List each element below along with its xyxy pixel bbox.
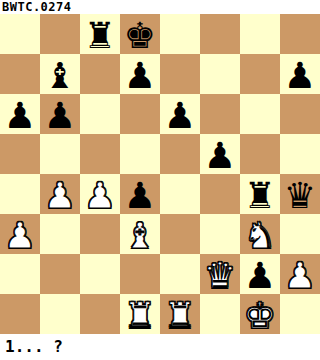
square-b6[interactable]: ♟ (40, 94, 80, 134)
white-pawn-a3: ♟ (0, 214, 40, 254)
square-a6[interactable]: ♟ (0, 94, 40, 134)
square-c1[interactable] (80, 294, 120, 334)
square-h1[interactable] (280, 294, 320, 334)
square-f1[interactable] (200, 294, 240, 334)
black-pawn-a6: ♟ (0, 94, 40, 134)
square-h8[interactable] (280, 14, 320, 54)
square-c4[interactable]: ♟ (80, 174, 120, 214)
square-h3[interactable] (280, 214, 320, 254)
square-b5[interactable] (40, 134, 80, 174)
square-c7[interactable] (80, 54, 120, 94)
square-h2[interactable]: ♟ (280, 254, 320, 294)
black-king-d8: ♚ (120, 14, 160, 54)
white-pawn-c4: ♟ (80, 174, 120, 214)
square-d6[interactable] (120, 94, 160, 134)
square-g5[interactable] (240, 134, 280, 174)
square-d4[interactable]: ♟ (120, 174, 160, 214)
square-g3[interactable]: ♞ (240, 214, 280, 254)
square-h7[interactable]: ♟ (280, 54, 320, 94)
square-f6[interactable] (200, 94, 240, 134)
square-b7[interactable]: ♝ (40, 54, 80, 94)
black-queen-h4: ♛ (280, 174, 320, 214)
square-g4[interactable]: ♜ (240, 174, 280, 214)
square-b2[interactable] (40, 254, 80, 294)
black-pawn-b6: ♟ (40, 94, 80, 134)
square-b3[interactable] (40, 214, 80, 254)
square-d8[interactable]: ♚ (120, 14, 160, 54)
square-e1[interactable]: ♜ (160, 294, 200, 334)
square-a2[interactable] (0, 254, 40, 294)
black-bishop-b7: ♝ (40, 54, 80, 94)
square-c3[interactable] (80, 214, 120, 254)
square-e2[interactable] (160, 254, 200, 294)
square-g6[interactable] (240, 94, 280, 134)
square-c6[interactable] (80, 94, 120, 134)
black-pawn-h7: ♟ (280, 54, 320, 94)
black-pawn-d7: ♟ (120, 54, 160, 94)
square-b1[interactable] (40, 294, 80, 334)
square-b4[interactable]: ♟ (40, 174, 80, 214)
square-f3[interactable] (200, 214, 240, 254)
square-g1[interactable]: ♚ (240, 294, 280, 334)
black-pawn-e6: ♟ (160, 94, 200, 134)
chess-board: ♜♚♝♟♟♟♟♟♟♟♟♟♜♛♟♝♞♛♟♟♜♜♚ (0, 14, 320, 334)
square-e7[interactable] (160, 54, 200, 94)
white-knight-g3: ♞ (240, 214, 280, 254)
move-prompt-label: 1... ? (0, 334, 320, 360)
square-f4[interactable] (200, 174, 240, 214)
square-h4[interactable]: ♛ (280, 174, 320, 214)
black-rook-g4: ♜ (240, 174, 280, 214)
square-g8[interactable] (240, 14, 280, 54)
black-pawn-g2: ♟ (240, 254, 280, 294)
white-king-g1: ♚ (240, 294, 280, 334)
square-b8[interactable] (40, 14, 80, 54)
white-pawn-b4: ♟ (40, 174, 80, 214)
square-c2[interactable] (80, 254, 120, 294)
square-a4[interactable] (0, 174, 40, 214)
square-a5[interactable] (0, 134, 40, 174)
black-pawn-d4: ♟ (120, 174, 160, 214)
square-a7[interactable] (0, 54, 40, 94)
square-e6[interactable]: ♟ (160, 94, 200, 134)
square-d1[interactable]: ♜ (120, 294, 160, 334)
square-c5[interactable] (80, 134, 120, 174)
white-rook-e1: ♜ (160, 294, 200, 334)
square-f5[interactable]: ♟ (200, 134, 240, 174)
white-rook-d1: ♜ (120, 294, 160, 334)
square-g2[interactable]: ♟ (240, 254, 280, 294)
square-e3[interactable] (160, 214, 200, 254)
square-g7[interactable] (240, 54, 280, 94)
square-d2[interactable] (120, 254, 160, 294)
square-h6[interactable] (280, 94, 320, 134)
white-queen-f2: ♛ (200, 254, 240, 294)
square-c8[interactable]: ♜ (80, 14, 120, 54)
square-a3[interactable]: ♟ (0, 214, 40, 254)
white-bishop-d3: ♝ (120, 214, 160, 254)
square-f2[interactable]: ♛ (200, 254, 240, 294)
square-a8[interactable] (0, 14, 40, 54)
square-h5[interactable] (280, 134, 320, 174)
square-e4[interactable] (160, 174, 200, 214)
black-rook-c8: ♜ (80, 14, 120, 54)
square-f7[interactable] (200, 54, 240, 94)
square-d5[interactable] (120, 134, 160, 174)
square-d3[interactable]: ♝ (120, 214, 160, 254)
black-pawn-f5: ♟ (200, 134, 240, 174)
puzzle-id-label: BWTC.0274 (0, 0, 320, 14)
white-pawn-h2: ♟ (280, 254, 320, 294)
square-e5[interactable] (160, 134, 200, 174)
square-e8[interactable] (160, 14, 200, 54)
puzzle-window: BWTC.0274 ♜♚♝♟♟♟♟♟♟♟♟♟♜♛♟♝♞♛♟♟♜♜♚ 1... ? (0, 0, 320, 360)
square-d7[interactable]: ♟ (120, 54, 160, 94)
square-f8[interactable] (200, 14, 240, 54)
square-a1[interactable] (0, 294, 40, 334)
